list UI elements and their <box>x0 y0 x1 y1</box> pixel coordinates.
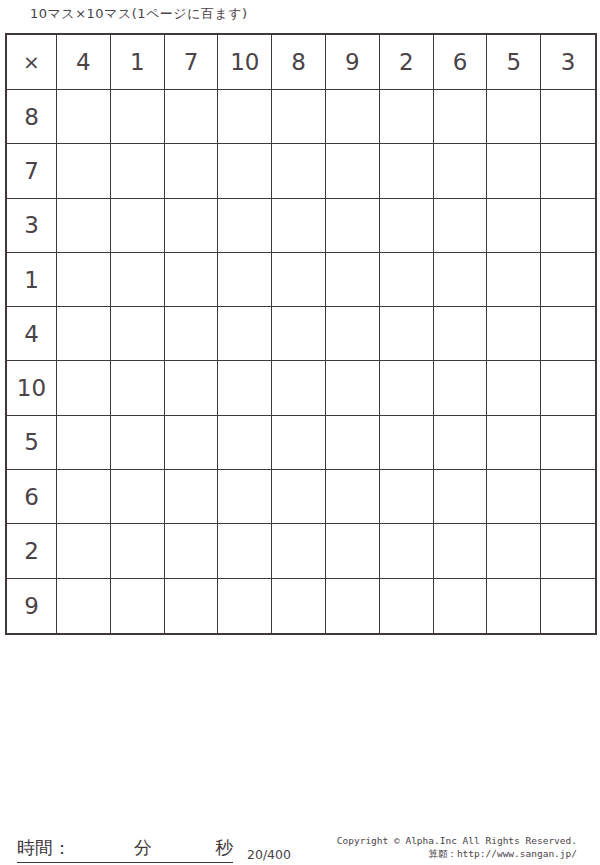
answer-cell-7x5 <box>487 144 541 198</box>
answer-cell-2x9 <box>326 524 380 578</box>
answer-cell-3x9 <box>326 199 380 253</box>
answer-cell-5x3 <box>541 416 595 470</box>
answer-cell-7x4 <box>57 144 111 198</box>
answer-cell-3x4 <box>57 199 111 253</box>
time-label: 時間： <box>17 836 71 860</box>
answer-cell-2x4 <box>57 524 111 578</box>
col-header-4: 4 <box>57 35 111 90</box>
answer-cell-6x9 <box>326 470 380 524</box>
col-header-2: 2 <box>380 35 434 90</box>
answer-cell-9x2 <box>380 579 434 633</box>
answer-cell-6x3 <box>541 470 595 524</box>
answer-cell-9x9 <box>326 579 380 633</box>
answer-cell-8x5 <box>487 90 541 144</box>
answer-cell-10x8 <box>272 361 326 415</box>
answer-cell-8x6 <box>434 90 488 144</box>
col-header-10: 10 <box>218 35 272 90</box>
answer-cell-6x1 <box>111 470 165 524</box>
answer-cell-1x8 <box>272 253 326 307</box>
answer-cell-7x9 <box>326 144 380 198</box>
answer-cell-8x2 <box>380 90 434 144</box>
answer-cell-9x7 <box>165 579 219 633</box>
answer-cell-5x4 <box>57 416 111 470</box>
answer-cell-9x4 <box>57 579 111 633</box>
page-counter: 20/400 <box>247 847 291 863</box>
answer-cell-5x2 <box>380 416 434 470</box>
answer-cell-2x1 <box>111 524 165 578</box>
row-header-1: 1 <box>7 253 57 307</box>
answer-cell-7x6 <box>434 144 488 198</box>
answer-cell-10x10 <box>218 361 272 415</box>
answer-cell-8x4 <box>57 90 111 144</box>
row-header-10: 10 <box>7 361 57 415</box>
answer-cell-5x9 <box>326 416 380 470</box>
answer-cell-6x2 <box>380 470 434 524</box>
row-header-8: 8 <box>7 90 57 144</box>
answer-cell-3x7 <box>165 199 219 253</box>
answer-cell-3x10 <box>218 199 272 253</box>
answer-cell-4x10 <box>218 307 272 361</box>
answer-cell-6x8 <box>272 470 326 524</box>
copyright-line1: Copyright © Alpha.Inc All Rights Reserve… <box>337 835 577 848</box>
time-entry-line: 時間： 分 秒 <box>17 836 233 863</box>
answer-cell-9x6 <box>434 579 488 633</box>
answer-cell-10x4 <box>57 361 111 415</box>
answer-cell-2x7 <box>165 524 219 578</box>
answer-cell-3x1 <box>111 199 165 253</box>
answer-cell-4x4 <box>57 307 111 361</box>
operator-cell: × <box>7 35 57 90</box>
answer-cell-8x3 <box>541 90 595 144</box>
col-header-5: 5 <box>487 35 541 90</box>
answer-cell-7x8 <box>272 144 326 198</box>
answer-cell-10x3 <box>541 361 595 415</box>
row-header-7: 7 <box>7 144 57 198</box>
worksheet-page: { "game": "hyakumasu keisan (100-square … <box>0 0 600 865</box>
col-header-7: 7 <box>165 35 219 90</box>
answer-cell-4x8 <box>272 307 326 361</box>
col-header-1: 1 <box>111 35 165 90</box>
answer-cell-4x6 <box>434 307 488 361</box>
col-header-6: 6 <box>434 35 488 90</box>
answer-cell-3x6 <box>434 199 488 253</box>
row-header-3: 3 <box>7 199 57 253</box>
answer-cell-3x2 <box>380 199 434 253</box>
answer-cell-7x3 <box>541 144 595 198</box>
answer-cell-8x1 <box>111 90 165 144</box>
answer-cell-5x8 <box>272 416 326 470</box>
answer-cell-3x8 <box>272 199 326 253</box>
answer-cell-1x4 <box>57 253 111 307</box>
row-header-5: 5 <box>7 416 57 470</box>
answer-cell-7x7 <box>165 144 219 198</box>
answer-cell-2x3 <box>541 524 595 578</box>
time-entry-area: 時間： 分 秒 20/400 <box>17 836 291 863</box>
answer-cell-10x5 <box>487 361 541 415</box>
answer-cell-5x7 <box>165 416 219 470</box>
answer-cell-8x9 <box>326 90 380 144</box>
answer-cell-4x7 <box>165 307 219 361</box>
answer-cell-1x6 <box>434 253 488 307</box>
answer-cell-2x10 <box>218 524 272 578</box>
answer-cell-6x10 <box>218 470 272 524</box>
answer-cell-8x7 <box>165 90 219 144</box>
answer-cell-7x1 <box>111 144 165 198</box>
answer-cell-8x8 <box>272 90 326 144</box>
answer-cell-4x5 <box>487 307 541 361</box>
answer-cell-5x5 <box>487 416 541 470</box>
answer-cell-1x7 <box>165 253 219 307</box>
answer-cell-10x9 <box>326 361 380 415</box>
worksheet-title: 10マス×10マス(1ページに百ます) <box>30 5 248 23</box>
answer-cell-6x4 <box>57 470 111 524</box>
copyright-block: Copyright © Alpha.Inc All Rights Reserve… <box>337 835 577 860</box>
answer-cell-10x2 <box>380 361 434 415</box>
answer-cell-1x2 <box>380 253 434 307</box>
answer-cell-9x8 <box>272 579 326 633</box>
answer-cell-9x3 <box>541 579 595 633</box>
answer-cell-10x6 <box>434 361 488 415</box>
answer-cell-1x10 <box>218 253 272 307</box>
seconds-label: 秒 <box>215 836 233 860</box>
answer-cell-9x10 <box>218 579 272 633</box>
answer-cell-7x10 <box>218 144 272 198</box>
multiplication-grid: ×4171089265387314105629 <box>5 33 597 635</box>
answer-cell-6x6 <box>434 470 488 524</box>
row-header-6: 6 <box>7 470 57 524</box>
answer-cell-4x1 <box>111 307 165 361</box>
answer-cell-6x5 <box>487 470 541 524</box>
answer-cell-4x3 <box>541 307 595 361</box>
col-header-8: 8 <box>272 35 326 90</box>
answer-cell-2x5 <box>487 524 541 578</box>
answer-cell-10x7 <box>165 361 219 415</box>
copyright-line2: 算願：http://www.sangan.jp/ <box>337 848 577 861</box>
answer-cell-1x5 <box>487 253 541 307</box>
answer-cell-7x2 <box>380 144 434 198</box>
answer-cell-5x1 <box>111 416 165 470</box>
answer-cell-6x7 <box>165 470 219 524</box>
col-header-9: 9 <box>326 35 380 90</box>
minutes-label: 分 <box>134 836 152 860</box>
row-header-9: 9 <box>7 579 57 633</box>
answer-cell-9x5 <box>487 579 541 633</box>
answer-cell-3x5 <box>487 199 541 253</box>
answer-cell-2x8 <box>272 524 326 578</box>
answer-cell-4x2 <box>380 307 434 361</box>
answer-cell-8x10 <box>218 90 272 144</box>
answer-cell-9x1 <box>111 579 165 633</box>
answer-cell-3x3 <box>541 199 595 253</box>
answer-cell-4x9 <box>326 307 380 361</box>
answer-cell-2x2 <box>380 524 434 578</box>
col-header-3: 3 <box>541 35 595 90</box>
answer-cell-1x1 <box>111 253 165 307</box>
answer-cell-5x6 <box>434 416 488 470</box>
answer-cell-10x1 <box>111 361 165 415</box>
answer-cell-5x10 <box>218 416 272 470</box>
answer-cell-1x3 <box>541 253 595 307</box>
row-header-4: 4 <box>7 307 57 361</box>
row-header-2: 2 <box>7 524 57 578</box>
answer-cell-2x6 <box>434 524 488 578</box>
answer-cell-1x9 <box>326 253 380 307</box>
